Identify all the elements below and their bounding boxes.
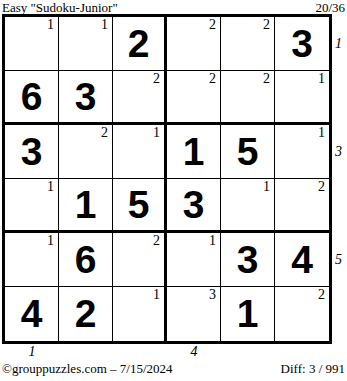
cell-r3c1[interactable]: 3 [5, 125, 59, 179]
cell-r2c1[interactable]: 6 [5, 71, 59, 125]
puzzle-title: Easy "Sudoku-Junior" [2, 1, 118, 14]
board-area: 112223632221321151115312162134421312 135 [2, 14, 347, 344]
pencil-mark: 1 [101, 18, 108, 32]
cell-r2c4[interactable]: 2 [167, 71, 221, 125]
sudoku-board: 112223632221321151115312162134421312 [2, 14, 332, 344]
cell-r3c5[interactable]: 5 [221, 125, 275, 179]
column-label-empty [221, 344, 275, 360]
column-label-empty [275, 344, 329, 360]
cell-r2c5[interactable]: 2 [221, 71, 275, 125]
copyright-text: ©grouppuzzles.com – 7/15/2024 [2, 361, 173, 376]
cell-r4c3[interactable]: 5 [113, 179, 167, 233]
cell-r2c6[interactable]: 1 [275, 71, 329, 125]
cell-r4c5[interactable]: 1 [221, 179, 275, 233]
cell-value: 2 [59, 287, 112, 341]
cell-r2c3[interactable]: 2 [113, 71, 167, 125]
pencil-mark: 2 [153, 234, 160, 248]
cell-r4c1[interactable]: 1 [5, 179, 59, 233]
puzzle-counter: 20/36 [315, 1, 345, 14]
column-label-empty [59, 344, 113, 360]
pencil-mark: 3 [209, 288, 216, 302]
cell-r2c2[interactable]: 3 [59, 71, 113, 125]
column-label-empty [113, 344, 167, 360]
pencil-mark: 2 [101, 126, 108, 140]
column-label-4: 4 [167, 344, 221, 360]
cell-value: 3 [167, 179, 220, 230]
cell-r5c6[interactable]: 4 [275, 233, 329, 287]
cell-value: 4 [275, 233, 329, 286]
cell-value: 4 [5, 287, 58, 341]
cell-r3c6[interactable]: 1 [275, 125, 329, 179]
cell-r5c1[interactable]: 1 [5, 233, 59, 287]
cell-value: 2 [113, 17, 164, 70]
cell-r6c4[interactable]: 3 [167, 287, 221, 341]
pencil-mark: 1 [47, 234, 54, 248]
footer-bar: ©grouppuzzles.com – 7/15/2024 Diff: 3 / … [0, 361, 347, 376]
cell-r1c4[interactable]: 2 [167, 17, 221, 71]
pencil-mark: 1 [153, 288, 160, 302]
cell-r1c5[interactable]: 2 [221, 17, 275, 71]
cell-r3c3[interactable]: 1 [113, 125, 167, 179]
cell-r4c4[interactable]: 3 [167, 179, 221, 233]
cell-value: 3 [221, 233, 274, 286]
pencil-mark: 2 [318, 288, 325, 302]
row-label-empty [335, 179, 347, 233]
cell-value: 3 [59, 71, 112, 122]
cell-value: 1 [221, 287, 274, 341]
cell-value: 1 [167, 125, 220, 178]
difficulty-text: Diff: 3 / 991 [281, 361, 345, 376]
cell-r5c5[interactable]: 3 [221, 233, 275, 287]
cell-r5c3[interactable]: 2 [113, 233, 167, 287]
pencil-mark: 1 [209, 234, 216, 248]
column-label-1: 1 [5, 344, 59, 360]
cell-r6c5[interactable]: 1 [221, 287, 275, 341]
row-label-empty [335, 287, 347, 341]
header-bar: Easy "Sudoku-Junior" 20/36 [0, 0, 347, 14]
cell-value: 3 [275, 17, 329, 70]
cell-r6c2[interactable]: 2 [59, 287, 113, 341]
cell-r1c2[interactable]: 1 [59, 17, 113, 71]
cell-r5c4[interactable]: 1 [167, 233, 221, 287]
pencil-mark: 1 [263, 180, 270, 194]
pencil-mark: 1 [318, 126, 325, 140]
cell-r1c6[interactable]: 3 [275, 17, 329, 71]
pencil-mark: 1 [153, 126, 160, 140]
pencil-mark: 2 [153, 72, 160, 86]
row-label-5: 5 [335, 233, 347, 287]
pencil-mark: 1 [47, 180, 54, 194]
cell-value: 6 [5, 71, 58, 122]
cell-value: 6 [59, 233, 112, 286]
cell-r6c6[interactable]: 2 [275, 287, 329, 341]
cell-r3c4[interactable]: 1 [167, 125, 221, 179]
cell-r6c1[interactable]: 4 [5, 287, 59, 341]
pencil-mark: 2 [263, 18, 270, 32]
cell-value: 5 [113, 179, 164, 230]
pencil-mark: 1 [47, 18, 54, 32]
cell-r4c2[interactable]: 1 [59, 179, 113, 233]
cell-r1c1[interactable]: 1 [5, 17, 59, 71]
cell-r6c3[interactable]: 1 [113, 287, 167, 341]
cell-r1c3[interactable]: 2 [113, 17, 167, 71]
row-label-1: 1 [335, 17, 347, 71]
cell-value: 1 [59, 179, 112, 230]
row-label-empty [335, 71, 347, 125]
pencil-mark: 2 [209, 72, 216, 86]
cell-r5c2[interactable]: 6 [59, 233, 113, 287]
pencil-mark: 2 [263, 72, 270, 86]
pencil-mark: 1 [318, 72, 325, 86]
cell-value: 3 [5, 125, 58, 178]
column-labels: 14 [5, 344, 347, 360]
pencil-mark: 2 [318, 180, 325, 194]
cell-r4c6[interactable]: 2 [275, 179, 329, 233]
cell-value: 5 [221, 125, 274, 178]
row-label-3: 3 [335, 125, 347, 179]
row-labels: 135 [335, 14, 347, 341]
cell-r3c2[interactable]: 2 [59, 125, 113, 179]
pencil-mark: 2 [209, 18, 216, 32]
